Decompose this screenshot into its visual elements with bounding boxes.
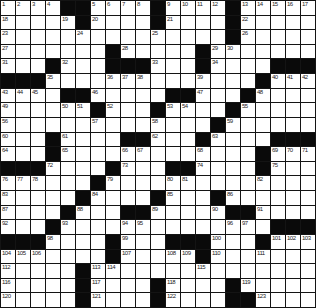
letter-cell[interactable] [271,191,285,205]
letter-cell[interactable] [46,16,60,30]
letter-cell[interactable] [46,293,60,307]
letter-cell[interactable] [61,45,75,59]
letter-cell[interactable]: 58 [151,118,165,132]
letter-cell[interactable] [121,16,135,30]
letter-cell[interactable] [16,191,30,205]
letter-cell[interactable]: 67 [136,147,150,161]
letter-cell[interactable] [226,176,240,190]
letter-cell[interactable] [181,118,195,132]
letter-cell[interactable]: 52 [106,103,120,117]
letter-cell[interactable] [136,176,150,190]
letter-cell[interactable] [256,279,270,293]
letter-cell[interactable] [91,45,105,59]
letter-cell[interactable]: 8 [136,1,150,15]
letter-cell[interactable] [181,16,195,30]
letter-cell[interactable]: 88 [76,206,90,220]
letter-cell[interactable] [46,206,60,220]
letter-cell[interactable] [31,16,45,30]
letter-cell[interactable]: 12 [211,1,225,15]
letter-cell[interactable] [241,235,255,249]
letter-cell[interactable] [226,74,240,88]
letter-cell[interactable]: 53 [166,103,180,117]
letter-cell[interactable] [76,220,90,234]
letter-cell[interactable]: 63 [211,133,225,147]
letter-cell[interactable] [46,45,60,59]
letter-cell[interactable] [301,279,315,293]
letter-cell[interactable] [61,30,75,44]
letter-cell[interactable] [271,89,285,103]
letter-cell[interactable] [301,45,315,59]
letter-cell[interactable] [211,220,225,234]
letter-cell[interactable]: 65 [61,147,75,161]
letter-cell[interactable] [76,45,90,59]
letter-cell[interactable] [121,191,135,205]
letter-cell[interactable]: 94 [121,220,135,234]
letter-cell[interactable] [61,250,75,264]
letter-cell[interactable] [46,191,60,205]
letter-cell[interactable]: 77 [16,176,30,190]
letter-cell[interactable] [286,16,300,30]
letter-cell[interactable]: 26 [241,30,255,44]
letter-cell[interactable]: 46 [91,89,105,103]
letter-cell[interactable] [61,235,75,249]
letter-cell[interactable] [211,264,225,278]
letter-cell[interactable] [106,293,120,307]
letter-cell[interactable]: 5 [91,1,105,15]
letter-cell[interactable]: 25 [151,30,165,44]
letter-cell[interactable] [211,74,225,88]
letter-cell[interactable] [31,103,45,117]
letter-cell[interactable] [166,206,180,220]
letter-cell[interactable] [16,133,30,147]
letter-cell[interactable]: 34 [211,59,225,73]
letter-cell[interactable] [136,45,150,59]
letter-cell[interactable]: 120 [1,293,15,307]
letter-cell[interactable] [136,191,150,205]
letter-cell[interactable]: 54 [181,103,195,117]
letter-cell[interactable]: 114 [106,264,120,278]
letter-cell[interactable] [286,264,300,278]
letter-cell[interactable] [91,147,105,161]
letter-cell[interactable]: 117 [91,279,105,293]
letter-cell[interactable] [196,16,210,30]
letter-cell[interactable] [46,89,60,103]
letter-cell[interactable] [181,293,195,307]
letter-cell[interactable] [76,235,90,249]
letter-cell[interactable] [76,74,90,88]
letter-cell[interactable] [136,118,150,132]
letter-cell[interactable] [106,206,120,220]
letter-cell[interactable] [256,103,270,117]
letter-cell[interactable] [226,147,240,161]
letter-cell[interactable] [271,176,285,190]
letter-cell[interactable]: 109 [181,250,195,264]
letter-cell[interactable] [181,220,195,234]
letter-cell[interactable] [301,191,315,205]
letter-cell[interactable] [31,133,45,147]
letter-cell[interactable] [61,176,75,190]
letter-cell[interactable]: 17 [301,1,315,15]
letter-cell[interactable] [226,250,240,264]
letter-cell[interactable] [31,147,45,161]
letter-cell[interactable] [286,176,300,190]
letter-cell[interactable]: 89 [151,206,165,220]
letter-cell[interactable] [256,191,270,205]
letter-cell[interactable] [181,59,195,73]
letter-cell[interactable]: 41 [286,74,300,88]
letter-cell[interactable]: 57 [91,118,105,132]
letter-cell[interactable] [301,264,315,278]
letter-cell[interactable] [286,30,300,44]
letter-cell[interactable]: 31 [1,59,15,73]
letter-cell[interactable] [16,147,30,161]
letter-cell[interactable] [211,89,225,103]
letter-cell[interactable] [286,118,300,132]
letter-cell[interactable] [151,74,165,88]
letter-cell[interactable] [271,118,285,132]
letter-cell[interactable] [166,45,180,59]
letter-cell[interactable] [61,293,75,307]
letter-cell[interactable] [271,30,285,44]
letter-cell[interactable] [46,118,60,132]
letter-cell[interactable] [151,147,165,161]
letter-cell[interactable] [136,293,150,307]
letter-cell[interactable]: 111 [256,250,270,264]
letter-cell[interactable] [136,103,150,117]
letter-cell[interactable]: 68 [196,147,210,161]
letter-cell[interactable]: 113 [91,264,105,278]
letter-cell[interactable] [211,279,225,293]
letter-cell[interactable] [166,118,180,132]
letter-cell[interactable] [286,206,300,220]
letter-cell[interactable]: 43 [1,89,15,103]
letter-cell[interactable] [91,74,105,88]
letter-cell[interactable]: 110 [211,250,225,264]
letter-cell[interactable]: 37 [121,74,135,88]
letter-cell[interactable] [121,89,135,103]
letter-cell[interactable] [121,279,135,293]
letter-cell[interactable]: 18 [1,16,15,30]
letter-cell[interactable] [271,103,285,117]
letter-cell[interactable] [181,45,195,59]
letter-cell[interactable] [16,103,30,117]
letter-cell[interactable] [121,176,135,190]
letter-cell[interactable] [151,220,165,234]
letter-cell[interactable] [256,30,270,44]
letter-cell[interactable] [226,162,240,176]
letter-cell[interactable] [106,16,120,30]
letter-cell[interactable] [271,250,285,264]
letter-cell[interactable] [181,264,195,278]
letter-cell[interactable]: 13 [241,1,255,15]
letter-cell[interactable] [181,191,195,205]
letter-cell[interactable]: 81 [181,176,195,190]
letter-cell[interactable] [76,147,90,161]
letter-cell[interactable] [196,176,210,190]
letter-cell[interactable] [16,279,30,293]
letter-cell[interactable] [301,293,315,307]
letter-cell[interactable] [226,89,240,103]
letter-cell[interactable]: 2 [16,1,30,15]
letter-cell[interactable] [16,16,30,30]
letter-cell[interactable]: 78 [31,176,45,190]
letter-cell[interactable]: 59 [226,118,240,132]
letter-cell[interactable]: 74 [196,162,210,176]
letter-cell[interactable] [286,279,300,293]
letter-cell[interactable] [106,191,120,205]
letter-cell[interactable] [136,235,150,249]
letter-cell[interactable]: 55 [241,103,255,117]
letter-cell[interactable] [106,279,120,293]
letter-cell[interactable] [31,220,45,234]
letter-cell[interactable] [181,206,195,220]
letter-cell[interactable] [241,250,255,264]
letter-cell[interactable]: 69 [271,147,285,161]
letter-cell[interactable] [106,133,120,147]
letter-cell[interactable] [241,59,255,73]
letter-cell[interactable] [271,45,285,59]
letter-cell[interactable] [301,176,315,190]
letter-cell[interactable] [211,103,225,117]
letter-cell[interactable]: 24 [76,30,90,44]
letter-cell[interactable]: 112 [1,264,15,278]
letter-cell[interactable]: 103 [301,235,315,249]
letter-cell[interactable] [181,279,195,293]
letter-cell[interactable] [286,45,300,59]
letter-cell[interactable] [166,147,180,161]
letter-cell[interactable] [61,191,75,205]
letter-cell[interactable] [271,16,285,30]
letter-cell[interactable] [226,264,240,278]
letter-cell[interactable]: 104 [1,250,15,264]
letter-cell[interactable] [256,118,270,132]
letter-cell[interactable]: 6 [106,1,120,15]
letter-cell[interactable] [151,176,165,190]
letter-cell[interactable] [256,16,270,30]
letter-cell[interactable] [286,162,300,176]
letter-cell[interactable] [61,118,75,132]
letter-cell[interactable] [301,118,315,132]
letter-cell[interactable] [196,220,210,234]
letter-cell[interactable] [196,293,210,307]
letter-cell[interactable] [136,264,150,278]
letter-cell[interactable] [46,264,60,278]
letter-cell[interactable] [16,59,30,73]
letter-cell[interactable] [76,118,90,132]
letter-cell[interactable] [211,293,225,307]
letter-cell[interactable] [286,293,300,307]
letter-cell[interactable] [196,30,210,44]
letter-cell[interactable]: 84 [91,191,105,205]
letter-cell[interactable] [136,279,150,293]
letter-cell[interactable] [106,30,120,44]
letter-cell[interactable]: 123 [256,293,270,307]
letter-cell[interactable]: 95 [136,220,150,234]
letter-cell[interactable]: 14 [256,1,270,15]
letter-cell[interactable] [211,16,225,30]
letter-cell[interactable] [16,45,30,59]
letter-cell[interactable] [166,220,180,234]
letter-cell[interactable] [106,220,120,234]
letter-cell[interactable] [91,235,105,249]
letter-cell[interactable] [16,293,30,307]
letter-cell[interactable] [181,30,195,44]
letter-cell[interactable] [211,176,225,190]
letter-cell[interactable]: 4 [46,1,60,15]
letter-cell[interactable] [91,133,105,147]
letter-cell[interactable] [301,162,315,176]
letter-cell[interactable] [241,74,255,88]
letter-cell[interactable] [76,250,90,264]
letter-cell[interactable] [241,162,255,176]
letter-cell[interactable]: 75 [271,162,285,176]
letter-cell[interactable]: 101 [271,235,285,249]
letter-cell[interactable]: 48 [256,89,270,103]
letter-cell[interactable] [166,30,180,44]
letter-cell[interactable] [181,147,195,161]
letter-cell[interactable] [31,279,45,293]
letter-cell[interactable]: 51 [76,103,90,117]
letter-cell[interactable] [301,206,315,220]
letter-cell[interactable]: 38 [136,74,150,88]
letter-cell[interactable]: 72 [46,162,60,176]
letter-cell[interactable] [301,30,315,44]
letter-cell[interactable] [166,264,180,278]
letter-cell[interactable]: 22 [241,16,255,30]
letter-cell[interactable]: 60 [1,133,15,147]
letter-cell[interactable] [211,162,225,176]
letter-cell[interactable] [136,30,150,44]
letter-cell[interactable]: 36 [106,74,120,88]
letter-cell[interactable]: 71 [301,147,315,161]
letter-cell[interactable]: 44 [16,89,30,103]
letter-cell[interactable] [211,30,225,44]
letter-cell[interactable]: 11 [196,1,210,15]
letter-cell[interactable]: 91 [256,206,270,220]
letter-cell[interactable] [31,293,45,307]
letter-cell[interactable] [241,147,255,161]
letter-cell[interactable] [241,176,255,190]
letter-cell[interactable] [31,118,45,132]
letter-cell[interactable] [271,293,285,307]
letter-cell[interactable] [181,74,195,88]
letter-cell[interactable]: 118 [166,279,180,293]
letter-cell[interactable] [151,45,165,59]
letter-cell[interactable]: 50 [61,103,75,117]
letter-cell[interactable]: 42 [301,74,315,88]
letter-cell[interactable] [196,279,210,293]
letter-cell[interactable]: 122 [166,293,180,307]
letter-cell[interactable]: 19 [61,16,75,30]
letter-cell[interactable] [31,191,45,205]
letter-cell[interactable] [166,133,180,147]
letter-cell[interactable] [31,45,45,59]
letter-cell[interactable] [136,250,150,264]
letter-cell[interactable] [151,162,165,176]
letter-cell[interactable]: 93 [61,220,75,234]
letter-cell[interactable]: 33 [151,59,165,73]
letter-cell[interactable] [76,176,90,190]
letter-cell[interactable] [31,59,45,73]
letter-cell[interactable] [31,264,45,278]
letter-cell[interactable] [31,30,45,44]
letter-cell[interactable] [271,206,285,220]
letter-cell[interactable] [151,89,165,103]
letter-cell[interactable]: 28 [121,45,135,59]
letter-cell[interactable] [166,59,180,73]
letter-cell[interactable] [241,191,255,205]
letter-cell[interactable] [256,45,270,59]
letter-cell[interactable] [121,30,135,44]
letter-cell[interactable]: 47 [196,89,210,103]
letter-cell[interactable]: 9 [166,1,180,15]
letter-cell[interactable]: 16 [286,1,300,15]
letter-cell[interactable] [271,264,285,278]
letter-cell[interactable] [61,279,75,293]
letter-cell[interactable] [46,103,60,117]
letter-cell[interactable]: 23 [1,30,15,44]
letter-cell[interactable]: 97 [241,220,255,234]
letter-cell[interactable] [241,118,255,132]
letter-cell[interactable]: 82 [256,176,270,190]
letter-cell[interactable]: 1 [1,1,15,15]
letter-cell[interactable]: 30 [226,45,240,59]
letter-cell[interactable]: 35 [46,74,60,88]
letter-cell[interactable] [91,30,105,44]
letter-cell[interactable] [286,103,300,117]
letter-cell[interactable] [211,147,225,161]
letter-cell[interactable] [121,103,135,117]
letter-cell[interactable] [151,264,165,278]
letter-cell[interactable]: 39 [196,74,210,88]
letter-cell[interactable]: 64 [1,147,15,161]
letter-cell[interactable]: 49 [1,103,15,117]
letter-cell[interactable]: 21 [166,16,180,30]
letter-cell[interactable] [106,89,120,103]
letter-cell[interactable] [241,133,255,147]
letter-cell[interactable] [91,220,105,234]
letter-cell[interactable]: 27 [1,45,15,59]
letter-cell[interactable] [196,191,210,205]
letter-cell[interactable]: 10 [181,1,195,15]
letter-cell[interactable]: 45 [31,89,45,103]
letter-cell[interactable]: 90 [211,206,225,220]
letter-cell[interactable]: 115 [196,264,210,278]
letter-cell[interactable]: 96 [226,220,240,234]
letter-cell[interactable]: 79 [106,176,120,190]
letter-cell[interactable]: 108 [166,250,180,264]
letter-cell[interactable] [16,220,30,234]
letter-cell[interactable] [46,30,60,44]
letter-cell[interactable] [61,74,75,88]
letter-cell[interactable]: 70 [286,147,300,161]
letter-cell[interactable] [166,74,180,88]
letter-cell[interactable]: 99 [121,235,135,249]
letter-cell[interactable] [76,133,90,147]
letter-cell[interactable]: 86 [226,191,240,205]
letter-cell[interactable] [91,250,105,264]
letter-cell[interactable]: 119 [241,279,255,293]
letter-cell[interactable] [121,118,135,132]
letter-cell[interactable] [256,133,270,147]
letter-cell[interactable] [256,59,270,73]
letter-cell[interactable] [46,176,60,190]
letter-cell[interactable] [76,59,90,73]
letter-cell[interactable] [16,264,30,278]
letter-cell[interactable] [16,206,30,220]
letter-cell[interactable] [136,162,150,176]
letter-cell[interactable] [16,118,30,132]
